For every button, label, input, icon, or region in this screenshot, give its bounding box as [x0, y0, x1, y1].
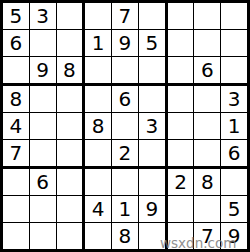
box-2-0: 6 [3, 169, 82, 249]
cell-r7c1[interactable] [3, 169, 29, 195]
cell-r8c5: 1 [112, 196, 138, 222]
cell-r5c2[interactable] [30, 113, 56, 139]
cell-r9c6[interactable] [139, 223, 165, 249]
cell-r7c4[interactable] [85, 169, 111, 195]
cell-r2c6: 5 [139, 30, 165, 56]
cell-r4c5: 6 [112, 86, 138, 112]
cell-r5c6: 3 [139, 113, 165, 139]
cell-r8c3[interactable] [57, 196, 83, 222]
cell-r1c8[interactable] [194, 3, 220, 29]
cell-r7c9[interactable] [221, 169, 247, 195]
cell-r3c4[interactable] [85, 57, 111, 83]
cell-r8c9: 5 [221, 196, 247, 222]
box-2-1: 4198 [85, 169, 164, 249]
cell-r5c3[interactable] [57, 113, 83, 139]
cell-r4c7[interactable] [168, 86, 194, 112]
cell-r6c8[interactable] [194, 140, 220, 166]
cell-r4c8[interactable] [194, 86, 220, 112]
cell-r9c9: 9 [221, 223, 247, 249]
cell-r8c8[interactable] [194, 196, 220, 222]
cell-r5c1: 4 [3, 113, 29, 139]
cell-r4c6[interactable] [139, 86, 165, 112]
cell-r5c9: 1 [221, 113, 247, 139]
cell-r2c9[interactable] [221, 30, 247, 56]
cell-r4c9: 3 [221, 86, 247, 112]
cell-r4c4[interactable] [85, 86, 111, 112]
cell-r6c6[interactable] [139, 140, 165, 166]
box-1-2: 316 [168, 86, 247, 166]
cell-r9c4[interactable] [85, 223, 111, 249]
cell-r5c7[interactable] [168, 113, 194, 139]
cell-r2c8[interactable] [194, 30, 220, 56]
cell-r1c2: 3 [30, 3, 56, 29]
cell-r4c3[interactable] [57, 86, 83, 112]
cell-r2c4: 1 [85, 30, 111, 56]
cell-r7c2: 6 [30, 169, 56, 195]
cell-r5c8[interactable] [194, 113, 220, 139]
cell-r9c5: 8 [112, 223, 138, 249]
cell-r8c1[interactable] [3, 196, 29, 222]
cell-r3c8: 6 [194, 57, 220, 83]
cell-r8c2[interactable] [30, 196, 56, 222]
cell-r3c6[interactable] [139, 57, 165, 83]
sudoku-page: 536987195684768323166419828579 wsxdn.com [0, 0, 250, 252]
cell-r6c7[interactable] [168, 140, 194, 166]
cell-r6c5: 2 [112, 140, 138, 166]
cell-r3c9[interactable] [221, 57, 247, 83]
cell-r6c9: 6 [221, 140, 247, 166]
cell-r1c7[interactable] [168, 3, 194, 29]
cell-r4c1: 8 [3, 86, 29, 112]
cell-r1c9[interactable] [221, 3, 247, 29]
cell-r7c5[interactable] [112, 169, 138, 195]
cell-r6c1: 7 [3, 140, 29, 166]
cell-r4c2[interactable] [30, 86, 56, 112]
cell-r7c7: 2 [168, 169, 194, 195]
cell-r3c2: 9 [30, 57, 56, 83]
cell-r9c8: 7 [194, 223, 220, 249]
cell-r1c1: 5 [3, 3, 29, 29]
cell-r1c6[interactable] [139, 3, 165, 29]
cell-r2c2[interactable] [30, 30, 56, 56]
cell-r2c1: 6 [3, 30, 29, 56]
cell-r8c6: 9 [139, 196, 165, 222]
cell-r9c7[interactable] [168, 223, 194, 249]
cell-r1c4[interactable] [85, 3, 111, 29]
cell-r9c3[interactable] [57, 223, 83, 249]
cell-r9c1[interactable] [3, 223, 29, 249]
cell-r6c2[interactable] [30, 140, 56, 166]
box-2-2: 28579 [168, 169, 247, 249]
cell-r6c4[interactable] [85, 140, 111, 166]
cell-r2c7[interactable] [168, 30, 194, 56]
cell-r7c6[interactable] [139, 169, 165, 195]
cell-r3c7[interactable] [168, 57, 194, 83]
box-0-0: 53698 [3, 3, 82, 83]
cell-r2c3[interactable] [57, 30, 83, 56]
cell-r6c3[interactable] [57, 140, 83, 166]
cell-r9c2[interactable] [30, 223, 56, 249]
cell-r8c7[interactable] [168, 196, 194, 222]
cell-r3c1[interactable] [3, 57, 29, 83]
cell-r5c4: 8 [85, 113, 111, 139]
cell-r1c3[interactable] [57, 3, 83, 29]
box-0-1: 7195 [85, 3, 164, 83]
cell-r8c4: 4 [85, 196, 111, 222]
sudoku-board: 536987195684768323166419828579 [0, 0, 250, 252]
cell-r1c5: 7 [112, 3, 138, 29]
box-1-1: 6832 [85, 86, 164, 166]
cell-r7c3[interactable] [57, 169, 83, 195]
cell-r2c5: 9 [112, 30, 138, 56]
box-0-2: 6 [168, 3, 247, 83]
cell-r3c5[interactable] [112, 57, 138, 83]
cell-r5c5[interactable] [112, 113, 138, 139]
box-1-0: 847 [3, 86, 82, 166]
cell-r7c8: 8 [194, 169, 220, 195]
cell-r3c3: 8 [57, 57, 83, 83]
